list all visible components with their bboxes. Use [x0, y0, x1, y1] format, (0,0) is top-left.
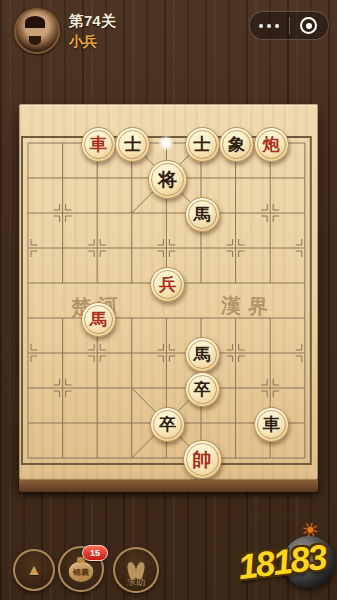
more-icon[interactable] — [250, 24, 289, 28]
hint-bag-button[interactable]: 锦囊 15 — [58, 546, 104, 592]
piece-glyph: 車 — [263, 416, 280, 433]
piece-black-卒[interactable]: 卒 — [150, 407, 185, 442]
help-label: 求助 — [115, 576, 157, 589]
river-label-right: 漢界 — [221, 292, 276, 321]
piece-black-将[interactable]: 将 — [148, 160, 187, 199]
piece-red-炮[interactable]: 炮 — [254, 127, 289, 162]
piece-glyph: 卒 — [194, 381, 211, 398]
money-bag-icon: 锦囊 — [69, 562, 93, 582]
piece-glyph: 将 — [158, 170, 177, 189]
level-title: 第74关 — [69, 12, 116, 31]
piece-glyph: 帥 — [193, 450, 212, 469]
piece-red-馬[interactable]: 馬 — [81, 302, 116, 337]
piece-glyph: 士 — [194, 136, 211, 153]
piece-black-士[interactable]: 士 — [115, 127, 150, 162]
hint-count-badge: 15 — [82, 545, 108, 561]
game-screen: 第74关 小兵 楚河 漢界 車士士象炮将馬兵馬馬卒卒車帥 ▲ 锦囊 15 求助 … — [0, 0, 337, 600]
piece-glyph: 象 — [228, 136, 245, 153]
piece-black-士[interactable]: 士 — [185, 127, 220, 162]
piece-black-車[interactable]: 車 — [254, 407, 289, 442]
piece-glyph: 兵 — [159, 276, 176, 293]
menu-button[interactable]: ▲ — [13, 549, 55, 591]
top-bar: 第74关 小兵 — [0, 0, 337, 58]
piece-black-馬[interactable]: 馬 — [185, 337, 220, 372]
piece-glyph: 車 — [90, 136, 107, 153]
level-subtitle: 小兵 — [69, 33, 97, 51]
piece-red-兵[interactable]: 兵 — [150, 267, 185, 302]
ask-help-button[interactable]: 求助 — [113, 547, 159, 593]
chevron-up-icon: ▲ — [26, 562, 42, 578]
piece-glyph: 馬 — [194, 346, 211, 363]
piece-glyph: 馬 — [194, 206, 211, 223]
xiangqi-board[interactable]: 楚河 漢界 車士士象炮将馬兵馬馬卒卒車帥 — [19, 104, 318, 480]
piece-red-車[interactable]: 車 — [81, 127, 116, 162]
bag-label: 锦囊 — [69, 567, 93, 578]
close-icon[interactable] — [290, 17, 329, 34]
piece-red-帥[interactable]: 帥 — [183, 440, 222, 479]
board-front-edge — [19, 480, 318, 492]
player-avatar — [14, 8, 60, 54]
piece-glyph: 馬 — [90, 311, 107, 328]
piece-black-象[interactable]: 象 — [219, 127, 254, 162]
piece-black-馬[interactable]: 馬 — [185, 197, 220, 232]
sparkle-highlight — [158, 135, 174, 151]
piece-black-卒[interactable]: 卒 — [185, 372, 220, 407]
piece-glyph: 士 — [124, 136, 141, 153]
piece-glyph: 炮 — [263, 136, 280, 153]
miniprogram-capsule — [249, 11, 329, 40]
piece-glyph: 卒 — [159, 416, 176, 433]
